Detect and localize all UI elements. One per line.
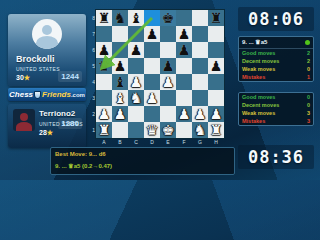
stars-count: 28 <box>39 129 47 136</box>
piece-white-pawn[interactable]: ♟ <box>208 106 224 122</box>
move-info-bar: Best Move: 9... d6 9. ... ♛a5 (0.2→0.47) <box>50 147 235 175</box>
piece-white-pawn[interactable]: ♟ <box>160 74 176 90</box>
square-h2[interactable]: ♟ <box>208 106 224 122</box>
file-labels: ABCDEFGH <box>96 139 224 146</box>
piece-black-pawn[interactable]: ♟ <box>112 58 128 74</box>
piece-black-rook[interactable]: ♜ <box>208 10 224 26</box>
player-country: UNITED STATES <box>16 66 60 72</box>
square-d3[interactable]: ♟ <box>144 90 160 106</box>
analysis-row-value: 2 <box>307 57 310 65</box>
analysis-header-text: 9. ... ♛a5 <box>242 39 267 45</box>
square-e4[interactable]: ♟ <box>160 74 176 90</box>
square-e3[interactable] <box>160 90 176 106</box>
square-c5[interactable] <box>128 58 144 74</box>
square-g8[interactable] <box>192 10 208 26</box>
square-h6[interactable] <box>208 42 224 58</box>
analysis-row-weak: Weak moves0 <box>239 65 313 73</box>
square-c7[interactable] <box>128 26 144 42</box>
square-d5[interactable] <box>144 58 160 74</box>
piece-white-rook[interactable]: ♜ <box>208 122 224 138</box>
square-a5[interactable]: ♛ <box>96 58 112 74</box>
analysis-row-value: 2 <box>307 49 310 57</box>
square-b2[interactable]: ♟ <box>112 106 128 122</box>
square-g2[interactable]: ♟ <box>192 106 208 122</box>
clock-top: 08:06 <box>238 7 314 31</box>
piece-black-bishop[interactable]: ♝ <box>128 10 144 26</box>
shield-icon <box>34 91 41 99</box>
analysis-panel-1: 9. ... ♛a5 Good moves2Decent moves2Weak … <box>238 36 314 82</box>
piece-black-knight[interactable]: ♞ <box>112 10 128 26</box>
square-c1[interactable] <box>128 122 144 138</box>
file-label-c: C <box>128 139 144 146</box>
analysis-row-value: 3 <box>307 117 310 125</box>
square-d2[interactable] <box>144 106 160 122</box>
player-card-top: Brockolli UNITED STATES 30★ 1244 <box>8 14 86 86</box>
board-grid[interactable]: ♜♞♝♚♜♟♟♟♟♟♛♟♟♟♝♟♟♝♞♟♟♟♟♟♟♜♛♚♞♜ <box>96 10 224 138</box>
piece-white-pawn[interactable]: ♟ <box>112 106 128 122</box>
square-h8[interactable]: ♜ <box>208 10 224 26</box>
rank-label-3: 3 <box>88 90 95 106</box>
analysis-row-weak: Weak moves3 <box>239 109 313 117</box>
square-a3[interactable] <box>96 90 112 106</box>
rank-labels: 87654321 <box>88 10 95 138</box>
analysis-row-label: Good moves <box>242 93 275 101</box>
square-a7[interactable] <box>96 26 112 42</box>
stars-count: 30 <box>16 74 24 81</box>
square-b5[interactable]: ♟ <box>112 58 128 74</box>
player-card-bottom: Terriono2 UNITED STATES 28★ 1280 <box>8 104 86 148</box>
chessfriends-logo: Chess Friends .com <box>8 88 86 101</box>
piece-black-queen[interactable]: ♛ <box>96 58 112 74</box>
square-d6[interactable] <box>144 42 160 58</box>
avatar-head-icon <box>42 25 52 35</box>
square-a8[interactable]: ♜ <box>96 10 112 26</box>
player-stars: 30★ <box>16 74 30 82</box>
player-stars: 28★ <box>39 129 53 137</box>
best-move-text: Best Move: 9... d6 <box>55 151 106 157</box>
square-e5[interactable]: ♟ <box>160 58 176 74</box>
square-f2[interactable]: ♟ <box>176 106 192 122</box>
piece-white-knight[interactable]: ♞ <box>128 90 144 106</box>
square-f4[interactable] <box>176 74 192 90</box>
square-f1[interactable] <box>176 122 192 138</box>
piece-black-pawn[interactable]: ♟ <box>144 26 160 42</box>
analysis-row-mistakes: Mistakes3 <box>239 117 313 125</box>
file-label-b: B <box>112 139 128 146</box>
square-b4[interactable]: ♝ <box>112 74 128 90</box>
piece-white-queen[interactable]: ♛ <box>144 122 160 138</box>
file-label-a: A <box>96 139 112 146</box>
rank-label-1: 1 <box>88 122 95 138</box>
square-h5[interactable]: ♟ <box>208 58 224 74</box>
avatar <box>13 109 35 131</box>
square-e7[interactable] <box>160 26 176 42</box>
piece-white-pawn[interactable]: ♟ <box>96 106 112 122</box>
analysis-row-label: Mistakes <box>242 73 265 81</box>
square-f3[interactable] <box>176 90 192 106</box>
analysis-row-value: 3 <box>307 109 310 117</box>
player-name: Terriono2 <box>39 109 75 118</box>
square-c2[interactable] <box>128 106 144 122</box>
file-label-e: E <box>160 139 176 146</box>
player-name: Brockolli <box>16 54 55 64</box>
rank-label-8: 8 <box>88 10 95 26</box>
piece-black-pawn[interactable]: ♟ <box>128 42 144 58</box>
analysis-row-good: Good moves0 <box>239 93 313 101</box>
analysis-panel-2: Good moves0Decent moves0Weak moves3Mista… <box>238 92 314 126</box>
analysis-header: 9. ... ♛a5 <box>239 37 313 49</box>
square-f6[interactable]: ♟ <box>176 42 192 58</box>
analysis-row-value: 0 <box>307 101 310 109</box>
piece-black-pawn[interactable]: ♟ <box>176 26 192 42</box>
square-h7[interactable] <box>208 26 224 42</box>
analysis-row-decent: Decent moves2 <box>239 57 313 65</box>
star-icon: ★ <box>24 74 30 81</box>
rank-label-2: 2 <box>88 106 95 122</box>
rank-label-7: 7 <box>88 26 95 42</box>
piece-black-king[interactable]: ♚ <box>160 10 176 26</box>
rank-label-5: 5 <box>88 58 95 74</box>
square-b3[interactable]: ♝ <box>112 90 128 106</box>
square-f7[interactable]: ♟ <box>176 26 192 42</box>
piece-black-pawn[interactable]: ♟ <box>160 58 176 74</box>
analysis-row-label: Mistakes <box>242 117 265 125</box>
rank-label-6: 6 <box>88 42 95 58</box>
quality-dot-icon <box>305 40 310 45</box>
logo-text-3: .com <box>71 92 85 98</box>
analysis-row-label: Decent moves <box>242 57 279 65</box>
piece-white-rook[interactable]: ♜ <box>96 122 112 138</box>
analysis-row-label: Weak moves <box>242 65 275 73</box>
square-c3[interactable]: ♞ <box>128 90 144 106</box>
player-rating: 1244 <box>58 71 82 82</box>
square-e1[interactable]: ♚ <box>160 122 176 138</box>
square-d8[interactable] <box>144 10 160 26</box>
analysis-row-label: Weak moves <box>242 109 275 117</box>
analysis-row-mistakes: Mistakes1 <box>239 73 313 81</box>
square-a2[interactable]: ♟ <box>96 106 112 122</box>
square-e2[interactable] <box>160 106 176 122</box>
logo-text-1: Chess <box>9 90 33 99</box>
avatar-body-icon <box>36 36 58 49</box>
square-b6[interactable] <box>112 42 128 58</box>
square-a1[interactable]: ♜ <box>96 122 112 138</box>
square-f5[interactable] <box>176 58 192 74</box>
square-h3[interactable] <box>208 90 224 106</box>
square-a4[interactable] <box>96 74 112 90</box>
piece-black-pawn[interactable]: ♟ <box>208 58 224 74</box>
piece-black-rook[interactable]: ♜ <box>96 10 112 26</box>
square-g6[interactable] <box>192 42 208 58</box>
square-g3[interactable] <box>192 90 208 106</box>
file-label-g: G <box>192 139 208 146</box>
piece-white-pawn[interactable]: ♟ <box>192 106 208 122</box>
piece-white-king[interactable]: ♚ <box>160 122 176 138</box>
piece-white-bishop[interactable]: ♝ <box>112 90 128 106</box>
star-icon: ★ <box>47 129 53 136</box>
played-move-text: 9. ... ♛a5 (0.2→0.47) <box>55 162 112 169</box>
square-c6[interactable]: ♟ <box>128 42 144 58</box>
analysis-row-decent: Decent moves0 <box>239 101 313 109</box>
file-label-f: F <box>176 139 192 146</box>
piece-white-pawn[interactable]: ♟ <box>176 106 192 122</box>
analysis-row-label: Good moves <box>242 49 275 57</box>
analysis-row-value: 0 <box>307 65 310 73</box>
square-f8[interactable] <box>176 10 192 26</box>
piece-black-bishop[interactable]: ♝ <box>112 74 128 90</box>
avatar <box>32 19 62 49</box>
square-c8[interactable]: ♝ <box>128 10 144 26</box>
file-label-d: D <box>144 139 160 146</box>
square-b8[interactable]: ♞ <box>112 10 128 26</box>
analysis-row-good: Good moves2 <box>239 49 313 57</box>
analysis-row-value: 0 <box>307 93 310 101</box>
square-g5[interactable] <box>192 58 208 74</box>
square-d1[interactable]: ♛ <box>144 122 160 138</box>
analysis-row-label: Decent moves <box>242 101 279 109</box>
avatar-body-icon <box>16 122 32 131</box>
square-a6[interactable]: ♟ <box>96 42 112 58</box>
file-label-h: H <box>208 139 224 146</box>
square-g4[interactable] <box>192 74 208 90</box>
analysis-row-value: 1 <box>307 73 310 81</box>
player-rating: 1280 <box>58 118 82 129</box>
square-g1[interactable]: ♞ <box>192 122 208 138</box>
square-g7[interactable] <box>192 26 208 42</box>
avatar-head-icon <box>20 113 28 121</box>
piece-black-pawn[interactable]: ♟ <box>176 42 192 58</box>
piece-white-pawn[interactable]: ♟ <box>128 74 144 90</box>
square-h4[interactable] <box>208 74 224 90</box>
piece-white-pawn[interactable]: ♟ <box>144 90 160 106</box>
square-d4[interactable] <box>144 74 160 90</box>
piece-black-pawn[interactable]: ♟ <box>96 42 112 58</box>
piece-white-knight[interactable]: ♞ <box>192 122 208 138</box>
clock-bottom: 08:36 <box>238 145 314 169</box>
rank-label-4: 4 <box>88 74 95 90</box>
square-e6[interactable] <box>160 42 176 58</box>
square-b7[interactable] <box>112 26 128 42</box>
square-h1[interactable]: ♜ <box>208 122 224 138</box>
chess-board[interactable]: ♜♞♝♚♜♟♟♟♟♟♛♟♟♟♝♟♟♝♞♟♟♟♟♟♟♜♛♚♞♜ <box>96 10 224 138</box>
logo-text-2: Friends <box>42 90 71 99</box>
square-c4[interactable]: ♟ <box>128 74 144 90</box>
square-e8[interactable]: ♚ <box>160 10 176 26</box>
square-d7[interactable]: ♟ <box>144 26 160 42</box>
square-b1[interactable] <box>112 122 128 138</box>
